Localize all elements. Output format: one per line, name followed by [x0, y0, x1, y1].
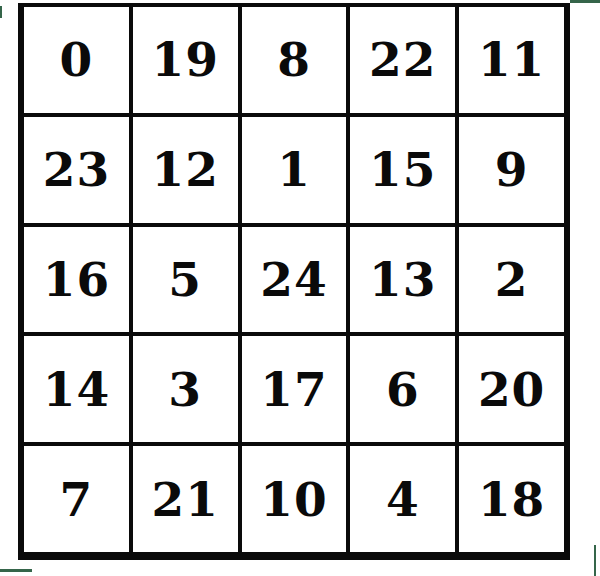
- scan-artifact-right-edge: [594, 545, 596, 576]
- cell-r1c1[interactable]: 0: [24, 7, 129, 113]
- cell-r2c1[interactable]: 23: [24, 117, 129, 223]
- cell-r4c5[interactable]: 20: [459, 336, 564, 442]
- cell-r1c4[interactable]: 22: [350, 7, 455, 113]
- scan-artifact-top-right: [570, 0, 600, 3]
- cell-r2c2[interactable]: 12: [133, 117, 238, 223]
- cell-r3c4[interactable]: 13: [350, 227, 455, 333]
- cell-r5c3[interactable]: 10: [242, 446, 347, 552]
- cell-r5c5[interactable]: 18: [459, 446, 564, 552]
- magic-square-board: 0 19 8 22 11 23 12 1 15 9 16 5 24 13 2 1…: [18, 3, 570, 560]
- cell-r1c3[interactable]: 8: [242, 7, 347, 113]
- cell-r3c1[interactable]: 16: [24, 227, 129, 333]
- cell-r3c3[interactable]: 24: [242, 227, 347, 333]
- cell-r1c2[interactable]: 19: [133, 7, 238, 113]
- scan-artifact-left-tick: [0, 6, 2, 18]
- cell-r4c3[interactable]: 17: [242, 336, 347, 442]
- cell-r4c4[interactable]: 6: [350, 336, 455, 442]
- cell-r5c1[interactable]: 7: [24, 446, 129, 552]
- cell-r5c2[interactable]: 21: [133, 446, 238, 552]
- cell-r1c5[interactable]: 11: [459, 7, 564, 113]
- scanned-page: 0 19 8 22 11 23 12 1 15 9 16 5 24 13 2 1…: [0, 0, 600, 576]
- cell-r2c5[interactable]: 9: [459, 117, 564, 223]
- cell-r4c1[interactable]: 14: [24, 336, 129, 442]
- cell-r4c2[interactable]: 3: [133, 336, 238, 442]
- cell-r2c4[interactable]: 15: [350, 117, 455, 223]
- cell-r2c3[interactable]: 1: [242, 117, 347, 223]
- scan-artifact-bottom-left: [0, 569, 32, 572]
- cell-r3c2[interactable]: 5: [133, 227, 238, 333]
- cell-r3c5[interactable]: 2: [459, 227, 564, 333]
- cell-r5c4[interactable]: 4: [350, 446, 455, 552]
